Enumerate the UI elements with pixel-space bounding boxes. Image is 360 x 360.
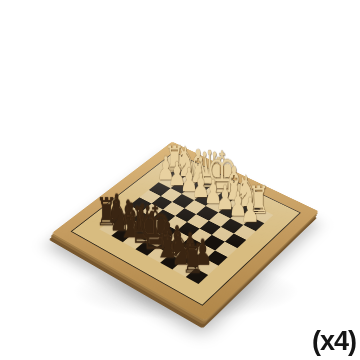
square-h1: ♜: [185, 268, 208, 284]
piece-white-pawn: ♟: [232, 193, 269, 227]
board-grid: ♜♞♝♛♚♝♞♜♟♟♟♟♟♟♟♟♟♟♟♟♟♟♟♟♜♞♝♛♚♝♞♜: [99, 168, 273, 284]
product-photo: ♜♞♝♛♚♝♞♜♟♟♟♟♟♟♟♟♟♟♟♟♟♟♟♟♜♞♝♛♚♝♞♜ (x4): [0, 0, 360, 360]
chessboard: ♜♞♝♛♚♝♞♜♟♟♟♟♟♟♟♟♟♟♟♟♟♟♟♟♜♞♝♛♚♝♞♜: [52, 142, 319, 321]
board-inner-border: ♜♞♝♛♚♝♞♜♟♟♟♟♟♟♟♟♟♟♟♟♟♟♟♟♜♞♝♛♚♝♞♜: [71, 152, 301, 306]
piece-black-rook: ♜: [173, 239, 213, 279]
scene: ♜♞♝♛♚♝♞♜♟♟♟♟♟♟♟♟♟♟♟♟♟♟♟♟♜♞♝♛♚♝♞♜: [0, 0, 360, 360]
board-frame: ♜♞♝♛♚♝♞♜♟♟♟♟♟♟♟♟♟♟♟♟♟♟♟♟♜♞♝♛♚♝♞♜: [52, 142, 319, 321]
pack-quantity-badge: (x4): [312, 326, 356, 357]
square-h7: ♟: [243, 217, 265, 232]
